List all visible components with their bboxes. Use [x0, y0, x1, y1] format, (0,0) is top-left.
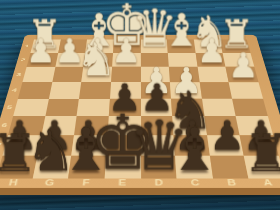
square-g4[interactable] [48, 82, 81, 98]
square-a3[interactable]: ♟ [225, 67, 258, 82]
file-label-g: G [30, 179, 68, 188]
file-label-a: A [248, 179, 280, 188]
piece-black-bishop-c8[interactable]: ♝ [157, 123, 231, 179]
square-a4[interactable] [229, 82, 263, 98]
file-labels: HGFEDCBA [0, 179, 280, 188]
square-h8[interactable]: ♜ [0, 156, 36, 179]
table-surface: ♜♝♚♛♝♞♜♟♟♟♟♟♞♟♟♟♟♟♞♟♟♟♟♟♟♜♞♝♚♛♝♜HGFEDCBA… [0, 0, 280, 210]
file-label-e: E [103, 179, 140, 188]
square-a8[interactable]: ♜ [244, 156, 280, 179]
file-label-b: B [212, 179, 250, 188]
file-label-f: F [67, 179, 104, 188]
file-label-c: C [176, 179, 213, 188]
square-c8[interactable]: ♝ [175, 156, 213, 179]
file-label-h: H [0, 179, 32, 188]
chess-board-grid: ♜♝♚♛♝♞♜♟♟♟♟♟♞♟♟♟♟♟♞♟♟♟♟♟♟♜♞♝♚♛♝♜HGFEDCBA… [0, 35, 280, 188]
square-h4[interactable] [18, 82, 52, 98]
piece-black-bishop-f8[interactable]: ♝ [49, 123, 123, 179]
piece-white-pawn-a3[interactable]: ♟ [213, 49, 273, 82]
file-label-d: D [140, 179, 177, 188]
chess-app-window: ♜♝♚♛♝♞♜♟♟♟♟♟♞♟♟♟♟♟♞♟♟♟♟♟♟♜♞♝♚♛♝♜HGFEDCBA… [0, 0, 280, 210]
piece-black-rook-h8[interactable]: ♜ [0, 129, 51, 178]
piece-black-rook-a8[interactable]: ♜ [229, 129, 280, 178]
square-h3[interactable] [22, 67, 55, 82]
square-f8[interactable]: ♝ [68, 156, 106, 179]
